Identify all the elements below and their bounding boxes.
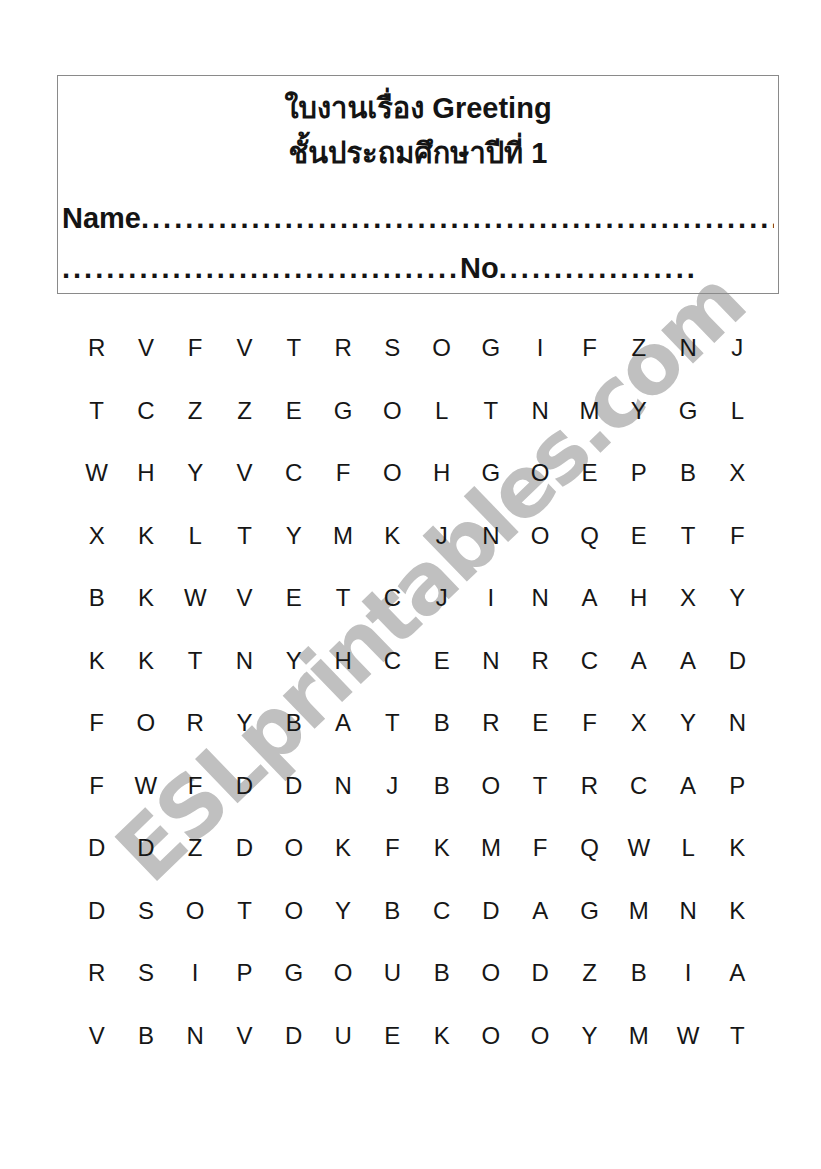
worksheet-title-line2: ชั้นประถมศึกษาปีที่ 1 bbox=[58, 131, 778, 176]
grid-cell: I bbox=[663, 942, 712, 1005]
grid-cell: F bbox=[171, 755, 220, 818]
grid-cell: F bbox=[318, 442, 367, 505]
grid-cell: N bbox=[466, 630, 515, 693]
grid-cell: B bbox=[614, 942, 663, 1005]
grid-cell: W bbox=[663, 1005, 712, 1068]
grid-cell: G bbox=[269, 942, 318, 1005]
grid-cell: E bbox=[368, 1005, 417, 1068]
grid-cell: T bbox=[663, 505, 712, 568]
grid-cell: D bbox=[220, 755, 269, 818]
grid-cell: K bbox=[417, 817, 466, 880]
grid-cell: V bbox=[220, 1005, 269, 1068]
grid-cell: O bbox=[466, 755, 515, 818]
grid-cell: D bbox=[220, 817, 269, 880]
grid-cell: N bbox=[171, 1005, 220, 1068]
grid-cell: R bbox=[171, 692, 220, 755]
grid-cell: D bbox=[516, 942, 565, 1005]
grid-cell: O bbox=[417, 317, 466, 380]
grid-cell: T bbox=[220, 505, 269, 568]
grid-cell: K bbox=[368, 505, 417, 568]
grid-cell: M bbox=[318, 505, 367, 568]
grid-cell: K bbox=[121, 567, 170, 630]
grid-cell: Z bbox=[171, 380, 220, 443]
grid-cell: Y bbox=[269, 630, 318, 693]
grid-cell: C bbox=[121, 380, 170, 443]
grid-cell: H bbox=[318, 630, 367, 693]
grid-cell: X bbox=[614, 692, 663, 755]
grid-cell: N bbox=[663, 880, 712, 943]
grid-cell: C bbox=[417, 880, 466, 943]
grid-cell: W bbox=[614, 817, 663, 880]
grid-cell: M bbox=[614, 1005, 663, 1068]
grid-cell: Y bbox=[663, 692, 712, 755]
grid-cell: N bbox=[516, 380, 565, 443]
grid-cell: C bbox=[565, 630, 614, 693]
grid-cell: Y bbox=[565, 1005, 614, 1068]
grid-cell: O bbox=[516, 442, 565, 505]
grid-cell: D bbox=[466, 880, 515, 943]
grid-cell: M bbox=[466, 817, 515, 880]
grid-cell: D bbox=[72, 817, 121, 880]
grid-cell: T bbox=[516, 755, 565, 818]
grid-cell: A bbox=[663, 755, 712, 818]
grid-cell: C bbox=[269, 442, 318, 505]
name-dotted-rule: ........................................… bbox=[141, 202, 774, 234]
name-line: Name....................................… bbox=[62, 202, 774, 234]
grid-cell: I bbox=[466, 567, 515, 630]
grid-cell: P bbox=[220, 942, 269, 1005]
grid-cell: F bbox=[516, 817, 565, 880]
grid-cell: M bbox=[565, 380, 614, 443]
grid-cell: O bbox=[368, 380, 417, 443]
grid-cell: X bbox=[72, 505, 121, 568]
header-box: ใบงานเรื่อง Greeting ชั้นประถมศึกษาปีที่… bbox=[57, 75, 779, 294]
grid-cell: E bbox=[269, 380, 318, 443]
grid-cell: O bbox=[121, 692, 170, 755]
grid-cell: I bbox=[171, 942, 220, 1005]
no-label: No bbox=[460, 252, 499, 284]
grid-cell: Z bbox=[614, 317, 663, 380]
grid-cell: K bbox=[713, 817, 762, 880]
grid-cell: E bbox=[516, 692, 565, 755]
grid-cell: C bbox=[368, 567, 417, 630]
grid-cell: D bbox=[713, 630, 762, 693]
grid-cell: C bbox=[614, 755, 663, 818]
no-dotted-rule-left: .................................... bbox=[62, 252, 460, 284]
grid-cell: Y bbox=[269, 505, 318, 568]
grid-cell: O bbox=[516, 1005, 565, 1068]
grid-cell: O bbox=[368, 442, 417, 505]
grid-cell: R bbox=[466, 692, 515, 755]
grid-cell: F bbox=[171, 317, 220, 380]
grid-cell: Y bbox=[171, 442, 220, 505]
grid-cell: Z bbox=[171, 817, 220, 880]
grid-cell: L bbox=[417, 380, 466, 443]
grid-cell: E bbox=[565, 442, 614, 505]
grid-cell: L bbox=[713, 380, 762, 443]
grid-cell: P bbox=[713, 755, 762, 818]
grid-cell: L bbox=[663, 817, 712, 880]
grid-cell: H bbox=[417, 442, 466, 505]
grid-cell: O bbox=[466, 1005, 515, 1068]
grid-cell: N bbox=[713, 692, 762, 755]
grid-cell: Y bbox=[318, 880, 367, 943]
grid-cell: T bbox=[368, 692, 417, 755]
grid-cell: T bbox=[269, 317, 318, 380]
word-search-grid: RVFVTRSOGIFZNJTCZZEGOLTNMYGLWHYVCFOHGOEP… bbox=[72, 317, 762, 1067]
grid-cell: X bbox=[663, 567, 712, 630]
grid-cell: W bbox=[171, 567, 220, 630]
grid-cell: S bbox=[368, 317, 417, 380]
worksheet-page: { "game": "word-search", "position": "RV… bbox=[0, 0, 821, 1169]
grid-cell: A bbox=[318, 692, 367, 755]
grid-cell: E bbox=[417, 630, 466, 693]
worksheet-title: ใบงานเรื่อง Greeting ชั้นประถมศึกษาปีที่… bbox=[58, 86, 778, 176]
grid-cell: O bbox=[466, 942, 515, 1005]
no-dotted-rule-right: .................. bbox=[499, 252, 698, 284]
grid-cell: R bbox=[565, 755, 614, 818]
grid-cell: G bbox=[318, 380, 367, 443]
grid-cell: Z bbox=[220, 380, 269, 443]
grid-cell: N bbox=[516, 567, 565, 630]
grid-cell: A bbox=[516, 880, 565, 943]
grid-cell: B bbox=[417, 942, 466, 1005]
grid-cell: T bbox=[318, 567, 367, 630]
grid-cell: A bbox=[663, 630, 712, 693]
grid-cell: H bbox=[614, 567, 663, 630]
grid-cell: D bbox=[269, 1005, 318, 1068]
grid-cell: K bbox=[318, 817, 367, 880]
grid-cell: N bbox=[466, 505, 515, 568]
grid-cell: K bbox=[72, 630, 121, 693]
grid-cell: R bbox=[72, 942, 121, 1005]
grid-cell: J bbox=[368, 755, 417, 818]
grid-cell: T bbox=[713, 1005, 762, 1068]
grid-cell: F bbox=[565, 692, 614, 755]
grid-cell: Q bbox=[565, 505, 614, 568]
grid-cell: M bbox=[614, 880, 663, 943]
grid-cell: Y bbox=[614, 380, 663, 443]
name-label: Name bbox=[62, 202, 141, 234]
grid-cell: B bbox=[121, 1005, 170, 1068]
grid-cell: J bbox=[713, 317, 762, 380]
grid-cell: W bbox=[121, 755, 170, 818]
grid-cell: K bbox=[417, 1005, 466, 1068]
grid-cell: R bbox=[318, 317, 367, 380]
grid-cell: U bbox=[368, 942, 417, 1005]
grid-cell: A bbox=[713, 942, 762, 1005]
grid-cell: D bbox=[269, 755, 318, 818]
grid-cell: F bbox=[713, 505, 762, 568]
grid-cell: Q bbox=[565, 817, 614, 880]
grid-cell: B bbox=[72, 567, 121, 630]
grid-cell: V bbox=[220, 567, 269, 630]
grid-cell: V bbox=[220, 442, 269, 505]
grid-cell: J bbox=[417, 505, 466, 568]
grid-cell: O bbox=[269, 880, 318, 943]
grid-cell: K bbox=[713, 880, 762, 943]
grid-cell: S bbox=[121, 880, 170, 943]
grid-cell: V bbox=[220, 317, 269, 380]
grid-cell: E bbox=[614, 505, 663, 568]
grid-cell: C bbox=[368, 630, 417, 693]
no-line: ....................................No..… bbox=[62, 252, 774, 284]
grid-cell: A bbox=[565, 567, 614, 630]
grid-cell: V bbox=[121, 317, 170, 380]
grid-cell: U bbox=[318, 1005, 367, 1068]
grid-cell: B bbox=[368, 880, 417, 943]
grid-cell: G bbox=[565, 880, 614, 943]
grid-cell: B bbox=[417, 692, 466, 755]
grid-cell: B bbox=[269, 692, 318, 755]
grid-cell: H bbox=[121, 442, 170, 505]
grid-cell: D bbox=[121, 817, 170, 880]
grid-cell: R bbox=[72, 317, 121, 380]
grid-cell: T bbox=[466, 380, 515, 443]
grid-cell: F bbox=[368, 817, 417, 880]
grid-cell: N bbox=[318, 755, 367, 818]
grid-cell: W bbox=[72, 442, 121, 505]
grid-cell: F bbox=[72, 692, 121, 755]
grid-cell: K bbox=[121, 505, 170, 568]
grid-cell: N bbox=[220, 630, 269, 693]
grid-cell: B bbox=[663, 442, 712, 505]
grid-cell: Y bbox=[220, 692, 269, 755]
grid-cell: B bbox=[417, 755, 466, 818]
grid-cell: X bbox=[713, 442, 762, 505]
grid-cell: L bbox=[171, 505, 220, 568]
grid-cell: J bbox=[417, 567, 466, 630]
grid-cell: F bbox=[72, 755, 121, 818]
grid-cell: T bbox=[72, 380, 121, 443]
grid-cell: E bbox=[269, 567, 318, 630]
grid-cell: A bbox=[614, 630, 663, 693]
grid-cell: O bbox=[171, 880, 220, 943]
grid-cell: G bbox=[466, 317, 515, 380]
grid-cell: O bbox=[269, 817, 318, 880]
grid-cell: Z bbox=[565, 942, 614, 1005]
grid-cell: G bbox=[466, 442, 515, 505]
grid-cell: V bbox=[72, 1005, 121, 1068]
grid-cell: D bbox=[72, 880, 121, 943]
grid-cell: R bbox=[516, 630, 565, 693]
grid-cell: S bbox=[121, 942, 170, 1005]
grid-cell: K bbox=[121, 630, 170, 693]
grid-cell: O bbox=[516, 505, 565, 568]
grid-cell: N bbox=[663, 317, 712, 380]
grid-cell: I bbox=[516, 317, 565, 380]
grid-cell: Y bbox=[713, 567, 762, 630]
worksheet-title-line1: ใบงานเรื่อง Greeting bbox=[58, 86, 778, 131]
grid-cell: P bbox=[614, 442, 663, 505]
grid-cell: O bbox=[318, 942, 367, 1005]
grid-cell: T bbox=[220, 880, 269, 943]
grid-cell: T bbox=[171, 630, 220, 693]
grid-cell: G bbox=[663, 380, 712, 443]
grid-cell: F bbox=[565, 317, 614, 380]
